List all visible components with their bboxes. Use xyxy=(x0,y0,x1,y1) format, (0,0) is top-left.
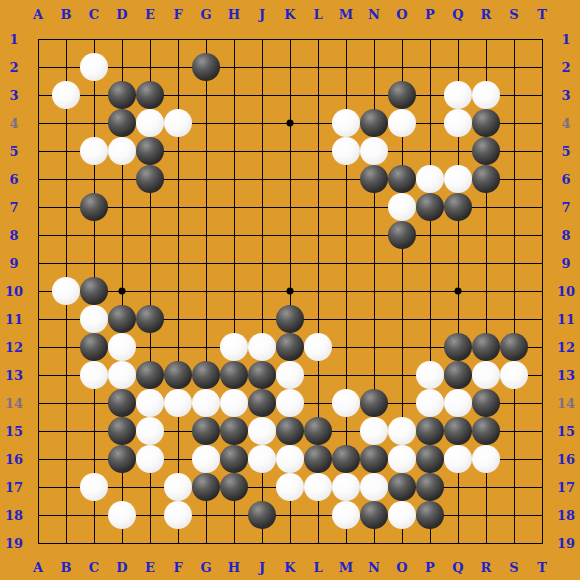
right-coordinate-label: 10 xyxy=(557,285,575,298)
top-coordinate-label: T xyxy=(537,8,547,21)
stone-white[interactable] xyxy=(416,361,444,389)
stone-black[interactable] xyxy=(472,417,500,445)
stone-black[interactable] xyxy=(304,445,332,473)
top-coordinate-label: A xyxy=(33,8,43,21)
stone-black[interactable] xyxy=(108,445,136,473)
stone-white[interactable] xyxy=(276,445,304,473)
top-coordinate-label: S xyxy=(509,8,518,21)
stone-black[interactable] xyxy=(136,165,164,193)
left-coordinate-label: 5 xyxy=(9,145,18,158)
stone-white[interactable] xyxy=(136,389,164,417)
stone-white[interactable] xyxy=(248,333,276,361)
right-coordinate-label: 1 xyxy=(561,33,570,46)
stone-black[interactable] xyxy=(416,193,444,221)
stone-white[interactable] xyxy=(332,473,360,501)
stone-white[interactable] xyxy=(276,361,304,389)
star-point xyxy=(287,288,294,295)
stone-white[interactable] xyxy=(248,417,276,445)
stone-black[interactable] xyxy=(192,361,220,389)
right-coordinate-label: 8 xyxy=(561,229,570,242)
stone-white[interactable] xyxy=(108,501,136,529)
stone-black[interactable] xyxy=(388,473,416,501)
stone-white[interactable] xyxy=(444,81,472,109)
top-coordinate-label: P xyxy=(425,8,435,21)
bottom-coordinate-label: K xyxy=(284,561,295,574)
stone-white[interactable] xyxy=(360,473,388,501)
stone-white[interactable] xyxy=(276,473,304,501)
stone-white[interactable] xyxy=(332,109,360,137)
grid-line-vertical xyxy=(514,39,515,543)
bottom-coordinate-label: T xyxy=(537,561,547,574)
stone-black[interactable] xyxy=(416,417,444,445)
stone-white[interactable] xyxy=(80,361,108,389)
bottom-coordinate-label: Q xyxy=(452,561,463,574)
stone-black[interactable] xyxy=(108,389,136,417)
stone-white[interactable] xyxy=(444,165,472,193)
stone-black[interactable] xyxy=(360,109,388,137)
stone-white[interactable] xyxy=(164,473,192,501)
stone-white[interactable] xyxy=(472,445,500,473)
stone-white[interactable] xyxy=(276,389,304,417)
stone-white[interactable] xyxy=(444,109,472,137)
stone-white[interactable] xyxy=(388,417,416,445)
bottom-coordinate-label: J xyxy=(259,561,265,574)
stone-black[interactable] xyxy=(332,445,360,473)
top-coordinate-label: H xyxy=(228,8,240,21)
stone-black[interactable] xyxy=(248,361,276,389)
stone-black[interactable] xyxy=(304,417,332,445)
left-coordinate-label: 15 xyxy=(5,425,23,438)
stone-white[interactable] xyxy=(248,445,276,473)
top-coordinate-label: D xyxy=(116,8,127,21)
left-coordinate-label: 3 xyxy=(9,89,18,102)
stone-black[interactable] xyxy=(360,445,388,473)
stone-black[interactable] xyxy=(472,109,500,137)
stone-black[interactable] xyxy=(360,389,388,417)
bottom-coordinate-label: E xyxy=(145,561,155,574)
left-coordinate-label: 6 xyxy=(9,173,18,186)
stone-white[interactable] xyxy=(304,333,332,361)
stone-black[interactable] xyxy=(108,417,136,445)
stone-black[interactable] xyxy=(472,389,500,417)
stone-black[interactable] xyxy=(220,445,248,473)
stone-black[interactable] xyxy=(108,305,136,333)
stone-black[interactable] xyxy=(108,109,136,137)
stone-black[interactable] xyxy=(164,361,192,389)
right-coordinate-label: 17 xyxy=(557,481,575,494)
stone-white[interactable] xyxy=(388,193,416,221)
stone-white[interactable] xyxy=(164,109,192,137)
stone-white[interactable] xyxy=(472,361,500,389)
star-point xyxy=(287,120,294,127)
stone-white[interactable] xyxy=(332,137,360,165)
stone-black[interactable] xyxy=(136,361,164,389)
stone-black[interactable] xyxy=(192,473,220,501)
top-coordinate-label: R xyxy=(481,8,492,21)
stone-black[interactable] xyxy=(192,417,220,445)
stone-white[interactable] xyxy=(136,445,164,473)
right-coordinate-label: 13 xyxy=(557,369,575,382)
stone-black[interactable] xyxy=(444,193,472,221)
stone-white[interactable] xyxy=(80,305,108,333)
stone-black[interactable] xyxy=(136,81,164,109)
stone-black[interactable] xyxy=(276,333,304,361)
top-coordinate-label: K xyxy=(284,8,295,21)
stone-black[interactable] xyxy=(416,445,444,473)
stone-black[interactable] xyxy=(248,501,276,529)
bottom-coordinate-label: S xyxy=(509,561,518,574)
stone-black[interactable] xyxy=(472,137,500,165)
stone-white[interactable] xyxy=(80,53,108,81)
stone-black[interactable] xyxy=(220,361,248,389)
stone-white[interactable] xyxy=(192,445,220,473)
left-coordinate-label: 14 xyxy=(5,397,23,410)
star-point xyxy=(455,288,462,295)
top-coordinate-label: C xyxy=(89,8,99,21)
stone-white[interactable] xyxy=(108,333,136,361)
stone-black[interactable] xyxy=(80,193,108,221)
stone-white[interactable] xyxy=(388,445,416,473)
stone-black[interactable] xyxy=(248,389,276,417)
right-coordinate-label: 7 xyxy=(561,201,570,214)
right-coordinate-label: 19 xyxy=(557,537,575,550)
stone-white[interactable] xyxy=(136,109,164,137)
stone-white[interactable] xyxy=(416,165,444,193)
stone-black[interactable] xyxy=(388,221,416,249)
right-coordinate-label: 4 xyxy=(561,117,570,130)
stone-white[interactable] xyxy=(360,137,388,165)
top-coordinate-label: N xyxy=(368,8,380,21)
right-coordinate-label: 11 xyxy=(557,313,575,326)
left-coordinate-label: 9 xyxy=(9,257,18,270)
stone-white[interactable] xyxy=(444,445,472,473)
stone-white[interactable] xyxy=(164,501,192,529)
stone-white[interactable] xyxy=(192,389,220,417)
stone-white[interactable] xyxy=(500,361,528,389)
right-coordinate-label: 15 xyxy=(557,425,575,438)
stone-white[interactable] xyxy=(416,389,444,417)
stone-white[interactable] xyxy=(220,389,248,417)
stone-black[interactable] xyxy=(416,501,444,529)
right-coordinate-label: 6 xyxy=(561,173,570,186)
right-coordinate-label: 14 xyxy=(557,397,575,410)
stone-white[interactable] xyxy=(332,501,360,529)
stone-white[interactable] xyxy=(108,137,136,165)
bottom-coordinate-label: R xyxy=(481,561,492,574)
left-coordinate-label: 7 xyxy=(9,201,18,214)
stone-white[interactable] xyxy=(52,277,80,305)
top-coordinate-label: Q xyxy=(452,8,463,21)
star-point xyxy=(119,288,126,295)
bottom-coordinate-label: C xyxy=(89,561,99,574)
left-coordinate-label: 12 xyxy=(5,341,23,354)
stone-black[interactable] xyxy=(360,165,388,193)
left-coordinate-label: 11 xyxy=(5,313,23,326)
stone-black[interactable] xyxy=(388,81,416,109)
left-coordinate-label: 13 xyxy=(5,369,23,382)
stone-black[interactable] xyxy=(136,137,164,165)
bottom-coordinate-label: L xyxy=(313,561,322,574)
stone-black[interactable] xyxy=(360,501,388,529)
stone-black[interactable] xyxy=(80,333,108,361)
stone-black[interactable] xyxy=(500,333,528,361)
top-coordinate-label: O xyxy=(396,8,407,21)
stone-white[interactable] xyxy=(108,361,136,389)
left-coordinate-label: 19 xyxy=(5,537,23,550)
stone-white[interactable] xyxy=(360,417,388,445)
stone-white[interactable] xyxy=(52,81,80,109)
stone-white[interactable] xyxy=(332,389,360,417)
top-coordinate-label: E xyxy=(145,8,155,21)
stone-white[interactable] xyxy=(164,389,192,417)
stone-black[interactable] xyxy=(444,417,472,445)
bottom-coordinate-label: N xyxy=(368,561,380,574)
stone-white[interactable] xyxy=(388,109,416,137)
stone-white[interactable] xyxy=(136,417,164,445)
stone-white[interactable] xyxy=(388,501,416,529)
stone-black[interactable] xyxy=(388,165,416,193)
bottom-coordinate-label: D xyxy=(116,561,127,574)
bottom-coordinate-label: B xyxy=(61,561,72,574)
bottom-coordinate-label: A xyxy=(33,561,43,574)
stone-black[interactable] xyxy=(276,305,304,333)
right-coordinate-label: 16 xyxy=(557,453,575,466)
stone-white[interactable] xyxy=(444,389,472,417)
stone-white[interactable] xyxy=(80,473,108,501)
bottom-coordinate-label: M xyxy=(339,561,353,574)
right-coordinate-label: 12 xyxy=(557,341,575,354)
left-coordinate-label: 17 xyxy=(5,481,23,494)
right-coordinate-label: 18 xyxy=(557,509,575,522)
stone-white[interactable] xyxy=(80,137,108,165)
bottom-coordinate-label: F xyxy=(173,561,182,574)
bottom-coordinate-label: P xyxy=(425,561,435,574)
left-coordinate-label: 8 xyxy=(9,229,18,242)
stone-black[interactable] xyxy=(444,333,472,361)
stone-black[interactable] xyxy=(472,333,500,361)
stone-black[interactable] xyxy=(108,81,136,109)
left-coordinate-label: 18 xyxy=(5,509,23,522)
stone-black[interactable] xyxy=(192,53,220,81)
top-coordinate-label: F xyxy=(173,8,182,21)
stone-white[interactable] xyxy=(472,81,500,109)
stone-black[interactable] xyxy=(136,305,164,333)
top-coordinate-label: G xyxy=(200,8,211,21)
stone-black[interactable] xyxy=(80,277,108,305)
bottom-coordinate-label: G xyxy=(200,561,211,574)
go-board-frame: AABBCCDDEEFFGGHHJJKKLLMMNNOOPPQQRRSSTT11… xyxy=(0,0,580,580)
stone-black[interactable] xyxy=(276,417,304,445)
stone-black[interactable] xyxy=(472,165,500,193)
bottom-coordinate-label: O xyxy=(396,561,407,574)
left-coordinate-label: 16 xyxy=(5,453,23,466)
top-coordinate-label: B xyxy=(61,8,72,21)
stone-white[interactable] xyxy=(220,333,248,361)
bottom-coordinate-label: H xyxy=(228,561,240,574)
right-coordinate-label: 5 xyxy=(561,145,570,158)
right-coordinate-label: 3 xyxy=(561,89,570,102)
top-coordinate-label: J xyxy=(259,8,265,21)
right-coordinate-label: 2 xyxy=(561,61,570,74)
right-coordinate-label: 9 xyxy=(561,257,570,270)
stone-black[interactable] xyxy=(220,417,248,445)
stone-black[interactable] xyxy=(444,361,472,389)
stone-black[interactable] xyxy=(220,473,248,501)
top-coordinate-label: L xyxy=(313,8,322,21)
stone-white[interactable] xyxy=(304,473,332,501)
left-coordinate-label: 1 xyxy=(9,33,18,46)
left-coordinate-label: 4 xyxy=(9,117,18,130)
left-coordinate-label: 10 xyxy=(5,285,23,298)
left-coordinate-label: 2 xyxy=(9,61,18,74)
top-coordinate-label: M xyxy=(339,8,353,21)
stone-black[interactable] xyxy=(416,473,444,501)
